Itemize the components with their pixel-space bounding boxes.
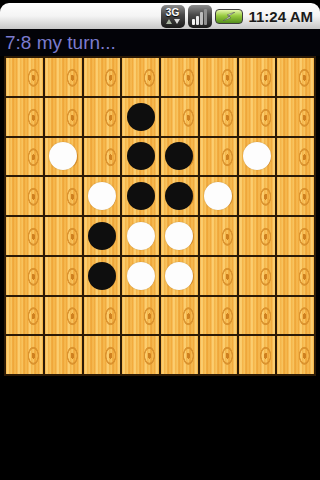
board-cell-b7[interactable] bbox=[45, 297, 82, 335]
board-cell-h3[interactable] bbox=[277, 138, 314, 176]
board-cell-a5[interactable] bbox=[6, 217, 43, 255]
board-cell-e7[interactable] bbox=[161, 297, 198, 335]
black-disc bbox=[88, 262, 116, 290]
board-cell-b3[interactable] bbox=[45, 138, 82, 176]
white-disc bbox=[165, 222, 193, 250]
board-cell-b4[interactable] bbox=[45, 177, 82, 215]
board-cell-d8[interactable] bbox=[122, 336, 159, 374]
board-cell-c7[interactable] bbox=[84, 297, 121, 335]
board-cell-h1[interactable] bbox=[277, 58, 314, 96]
board-cell-a7[interactable] bbox=[6, 297, 43, 335]
board-cell-f3[interactable] bbox=[200, 138, 237, 176]
board-cell-e1[interactable] bbox=[161, 58, 198, 96]
white-disc bbox=[88, 182, 116, 210]
board-cell-h5[interactable] bbox=[277, 217, 314, 255]
board-cell-g5[interactable] bbox=[239, 217, 276, 255]
board-cell-b5[interactable] bbox=[45, 217, 82, 255]
board-cell-e4[interactable] bbox=[161, 177, 198, 215]
battery-charging-icon bbox=[215, 9, 243, 24]
board-cell-b1[interactable] bbox=[45, 58, 82, 96]
lightning-bolt-icon bbox=[223, 12, 235, 21]
board-cell-f1[interactable] bbox=[200, 58, 237, 96]
status-bar: 3G 11:24 AM bbox=[0, 0, 320, 29]
black-disc bbox=[165, 142, 193, 170]
board-cell-f8[interactable] bbox=[200, 336, 237, 374]
board-cell-d6[interactable] bbox=[122, 257, 159, 295]
board-cell-a6[interactable] bbox=[6, 257, 43, 295]
clock-time: 11:24 AM bbox=[249, 8, 313, 25]
board-cell-h8[interactable] bbox=[277, 336, 314, 374]
board-cell-g4[interactable] bbox=[239, 177, 276, 215]
white-disc bbox=[49, 142, 77, 170]
board-cell-g2[interactable] bbox=[239, 98, 276, 136]
black-disc bbox=[127, 182, 155, 210]
white-disc bbox=[165, 262, 193, 290]
board-cell-d3[interactable] bbox=[122, 138, 159, 176]
board-cell-a4[interactable] bbox=[6, 177, 43, 215]
board-cell-g3[interactable] bbox=[239, 138, 276, 176]
board-cell-h4[interactable] bbox=[277, 177, 314, 215]
board-cell-h6[interactable] bbox=[277, 257, 314, 295]
board-cell-c5[interactable] bbox=[84, 217, 121, 255]
board-cell-c6[interactable] bbox=[84, 257, 121, 295]
board-cell-d2[interactable] bbox=[122, 98, 159, 136]
board-cell-h7[interactable] bbox=[277, 297, 314, 335]
board-cell-e3[interactable] bbox=[161, 138, 198, 176]
board-cell-e2[interactable] bbox=[161, 98, 198, 136]
board-cell-b6[interactable] bbox=[45, 257, 82, 295]
phone-screen: 3G 11:24 AM 7:8 my turn... bbox=[0, 0, 320, 480]
title-bar: 7:8 my turn... bbox=[0, 29, 320, 56]
board-cell-g1[interactable] bbox=[239, 58, 276, 96]
board-cell-e6[interactable] bbox=[161, 257, 198, 295]
board-cell-d4[interactable] bbox=[122, 177, 159, 215]
board-cell-c2[interactable] bbox=[84, 98, 121, 136]
board-cell-f6[interactable] bbox=[200, 257, 237, 295]
mobile-data-3g-label: 3G bbox=[166, 8, 179, 18]
black-disc bbox=[88, 222, 116, 250]
board-cell-b8[interactable] bbox=[45, 336, 82, 374]
board-cell-d5[interactable] bbox=[122, 217, 159, 255]
data-traffic-arrows-icon bbox=[166, 19, 180, 24]
white-disc bbox=[243, 142, 271, 170]
board-cell-a1[interactable] bbox=[6, 58, 43, 96]
board-cell-f4[interactable] bbox=[200, 177, 237, 215]
board-cell-f5[interactable] bbox=[200, 217, 237, 255]
game-status-text: 7:8 my turn... bbox=[5, 33, 116, 52]
board-cell-a3[interactable] bbox=[6, 138, 43, 176]
board-cell-d7[interactable] bbox=[122, 297, 159, 335]
black-disc bbox=[127, 142, 155, 170]
board-cell-g8[interactable] bbox=[239, 336, 276, 374]
white-disc bbox=[127, 222, 155, 250]
board bbox=[4, 56, 316, 376]
board-cell-f2[interactable] bbox=[200, 98, 237, 136]
mobile-data-3g-icon: 3G bbox=[161, 5, 185, 28]
board-cell-c1[interactable] bbox=[84, 58, 121, 96]
board-cell-b2[interactable] bbox=[45, 98, 82, 136]
board-cell-c4[interactable] bbox=[84, 177, 121, 215]
board-cell-a8[interactable] bbox=[6, 336, 43, 374]
white-disc bbox=[127, 262, 155, 290]
white-disc bbox=[204, 182, 232, 210]
board-cell-e8[interactable] bbox=[161, 336, 198, 374]
board-cell-f7[interactable] bbox=[200, 297, 237, 335]
board-cell-h2[interactable] bbox=[277, 98, 314, 136]
board-cell-c3[interactable] bbox=[84, 138, 121, 176]
board-cell-e5[interactable] bbox=[161, 217, 198, 255]
board-cell-d1[interactable] bbox=[122, 58, 159, 96]
board-cell-g6[interactable] bbox=[239, 257, 276, 295]
black-disc bbox=[127, 103, 155, 131]
black-disc bbox=[165, 182, 193, 210]
board-cell-a2[interactable] bbox=[6, 98, 43, 136]
status-bar-background: 3G 11:24 AM bbox=[0, 3, 320, 29]
board-cell-g7[interactable] bbox=[239, 297, 276, 335]
signal-strength-icon bbox=[188, 5, 212, 28]
board-cell-c8[interactable] bbox=[84, 336, 121, 374]
